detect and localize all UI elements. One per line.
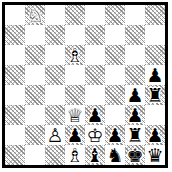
square-f7[interactable] <box>105 25 125 45</box>
square-g7[interactable] <box>125 25 145 45</box>
piece-black-pawn: ♟ <box>126 85 143 105</box>
square-d1[interactable]: ♗ <box>65 145 85 165</box>
square-e7[interactable] <box>85 25 105 45</box>
square-f5[interactable] <box>105 65 125 85</box>
piece-black-queen: ♛ <box>146 145 163 165</box>
chess-board: ♘♗♟♟♜♕♟♟♙♟♔♟♜♟♗♝♞♚♛ <box>5 5 165 165</box>
square-h2[interactable]: ♟ <box>145 125 165 145</box>
square-e6[interactable] <box>85 45 105 65</box>
square-g4[interactable]: ♟ <box>125 85 145 105</box>
square-a3[interactable] <box>5 105 25 125</box>
square-f6[interactable] <box>105 45 125 65</box>
square-f1[interactable]: ♞ <box>105 145 125 165</box>
square-c8[interactable] <box>45 5 65 25</box>
square-f3[interactable] <box>105 105 125 125</box>
square-f8[interactable] <box>105 5 125 25</box>
square-g1[interactable]: ♚ <box>125 145 145 165</box>
square-e8[interactable] <box>85 5 105 25</box>
square-h3[interactable] <box>145 105 165 125</box>
piece-black-pawn: ♟ <box>66 125 83 145</box>
square-b2[interactable] <box>25 125 45 145</box>
piece-black-pawn: ♟ <box>146 125 163 145</box>
square-b5[interactable] <box>25 65 45 85</box>
piece-white-queen: ♕ <box>66 105 83 125</box>
square-d4[interactable] <box>65 85 85 105</box>
square-g5[interactable] <box>125 65 145 85</box>
square-a1[interactable] <box>5 145 25 165</box>
square-g8[interactable] <box>125 5 145 25</box>
square-b7[interactable] <box>25 25 45 45</box>
piece-black-knight: ♞ <box>106 145 123 165</box>
square-c6[interactable] <box>45 45 65 65</box>
square-h5[interactable]: ♟ <box>145 65 165 85</box>
piece-black-king: ♚ <box>126 145 143 165</box>
square-a6[interactable] <box>5 45 25 65</box>
square-e1[interactable]: ♝ <box>85 145 105 165</box>
square-h6[interactable] <box>145 45 165 65</box>
square-b1[interactable] <box>25 145 45 165</box>
piece-black-rook: ♜ <box>126 125 143 145</box>
square-b6[interactable] <box>25 45 45 65</box>
chess-board-frame: ♘♗♟♟♜♕♟♟♙♟♔♟♜♟♗♝♞♚♛ <box>2 2 168 168</box>
square-a8[interactable] <box>5 5 25 25</box>
piece-black-bishop: ♝ <box>86 145 103 165</box>
piece-white-bishop: ♗ <box>66 145 83 165</box>
piece-black-pawn: ♟ <box>126 105 143 125</box>
piece-black-rook: ♜ <box>146 85 163 105</box>
piece-black-pawn: ♟ <box>146 65 163 85</box>
square-g6[interactable] <box>125 45 145 65</box>
square-e5[interactable] <box>85 65 105 85</box>
square-b3[interactable] <box>25 105 45 125</box>
square-d7[interactable] <box>65 25 85 45</box>
square-h1[interactable]: ♛ <box>145 145 165 165</box>
square-d6[interactable]: ♗ <box>65 45 85 65</box>
square-d8[interactable] <box>65 5 85 25</box>
square-b4[interactable] <box>25 85 45 105</box>
square-c2[interactable]: ♙ <box>45 125 65 145</box>
square-c3[interactable] <box>45 105 65 125</box>
square-f2[interactable]: ♟ <box>105 125 125 145</box>
square-a5[interactable] <box>5 65 25 85</box>
piece-white-knight: ♘ <box>26 5 43 25</box>
square-h8[interactable] <box>145 5 165 25</box>
square-b8[interactable]: ♘ <box>25 5 45 25</box>
square-a4[interactable] <box>5 85 25 105</box>
square-c5[interactable] <box>45 65 65 85</box>
square-c1[interactable] <box>45 145 65 165</box>
square-c7[interactable] <box>45 25 65 45</box>
square-e2[interactable]: ♔ <box>85 125 105 145</box>
square-g2[interactable]: ♜ <box>125 125 145 145</box>
square-h4[interactable]: ♜ <box>145 85 165 105</box>
piece-black-pawn: ♟ <box>86 105 103 125</box>
piece-white-king: ♔ <box>86 125 103 145</box>
square-g3[interactable]: ♟ <box>125 105 145 125</box>
square-d5[interactable] <box>65 65 85 85</box>
square-e4[interactable] <box>85 85 105 105</box>
square-e3[interactable]: ♟ <box>85 105 105 125</box>
square-h7[interactable] <box>145 25 165 45</box>
square-d3[interactable]: ♕ <box>65 105 85 125</box>
square-a7[interactable] <box>5 25 25 45</box>
square-f4[interactable] <box>105 85 125 105</box>
piece-white-pawn: ♙ <box>46 125 63 145</box>
square-a2[interactable] <box>5 125 25 145</box>
square-d2[interactable]: ♟ <box>65 125 85 145</box>
square-c4[interactable] <box>45 85 65 105</box>
piece-black-pawn: ♟ <box>106 125 123 145</box>
piece-white-bishop: ♗ <box>66 45 83 65</box>
